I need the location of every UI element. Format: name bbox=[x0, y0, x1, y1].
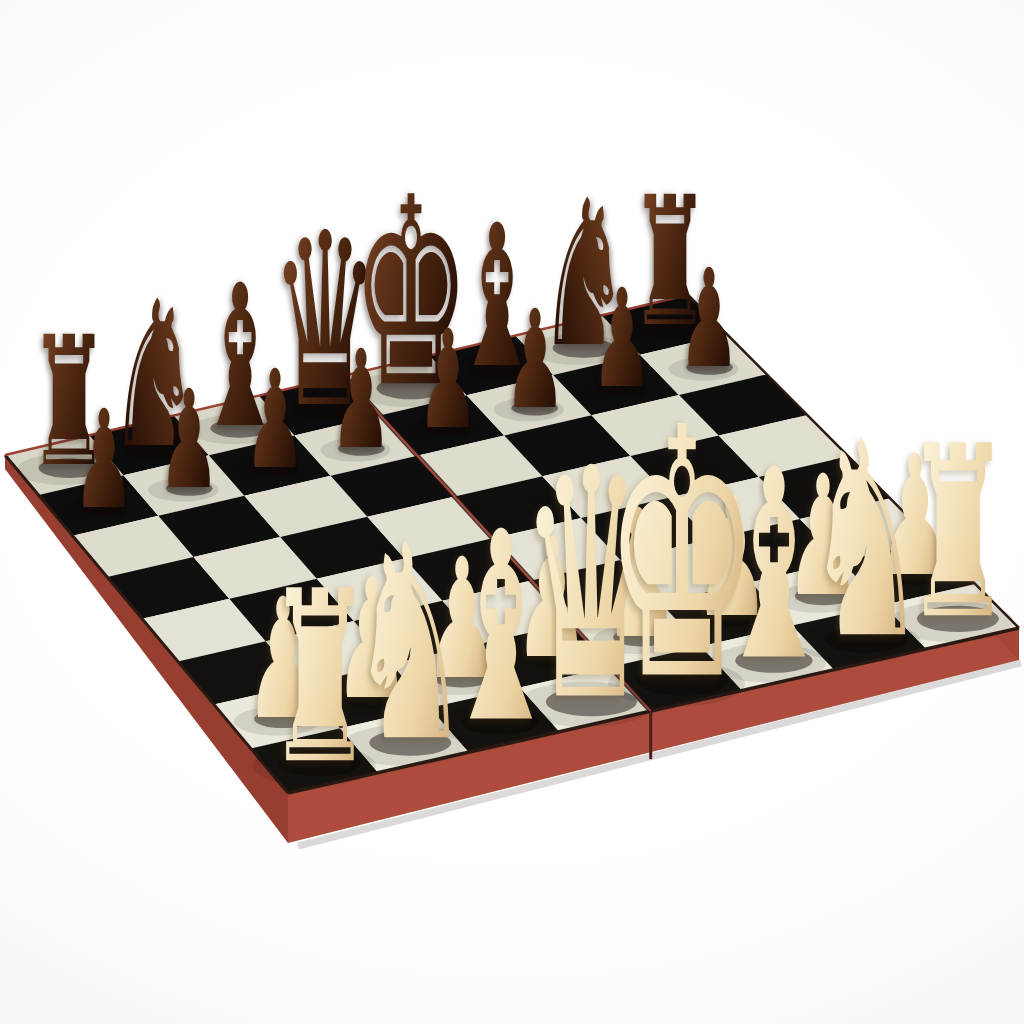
piece-shadow bbox=[252, 461, 299, 476]
piece-shadow bbox=[599, 380, 646, 395]
chess-set-photo: ♜♞♝♛♚♝♞♜♟♟♟♟♟♟♟♟♟♟♟♟♟♟♟♟♜♞♝♛♚♝♞♜ bbox=[0, 0, 1024, 1024]
piece-shadow bbox=[425, 421, 472, 436]
piece-shadow bbox=[468, 359, 526, 378]
piece-shadow bbox=[210, 419, 268, 438]
piece-shadow bbox=[343, 689, 400, 707]
piece-shadow bbox=[511, 401, 558, 416]
piece-shadow bbox=[38, 458, 100, 478]
piece-shadow bbox=[433, 669, 490, 687]
piece-shadow bbox=[338, 441, 385, 456]
piece-shadow bbox=[704, 608, 761, 626]
piece-shadow bbox=[613, 628, 670, 646]
piece-shadow bbox=[123, 438, 185, 458]
piece-shadow bbox=[795, 587, 852, 605]
piece-shadow bbox=[637, 667, 728, 696]
piece-shadow bbox=[523, 649, 580, 667]
piece-shadow bbox=[80, 501, 127, 516]
piece-shadow bbox=[917, 606, 999, 632]
piece-shadow bbox=[377, 377, 446, 399]
piece-shadow bbox=[686, 360, 733, 375]
piece-shadow bbox=[254, 710, 311, 728]
piece-shadow bbox=[886, 566, 943, 584]
piece-shadow bbox=[291, 397, 360, 419]
piece-shadow bbox=[639, 318, 701, 338]
piece-shadow bbox=[735, 648, 813, 673]
piece-shadow bbox=[369, 730, 451, 756]
piece-shadow bbox=[553, 338, 615, 358]
chess-board bbox=[0, 0, 1024, 1024]
piece-shadow bbox=[166, 481, 213, 496]
piece-shadow bbox=[825, 627, 907, 653]
